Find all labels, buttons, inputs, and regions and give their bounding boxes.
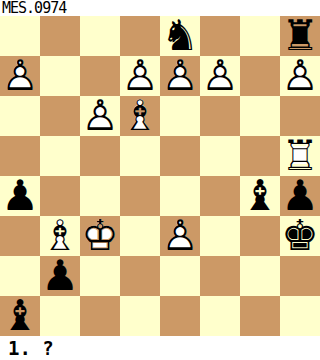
square-b8[interactable] xyxy=(40,16,80,56)
black-king-fill-glyph: ♚ xyxy=(280,216,320,256)
white-pawn-outline-glyph: ♙ xyxy=(280,56,320,96)
piece-white-bishop[interactable]: ♝♗ xyxy=(40,216,80,256)
square-f5[interactable] xyxy=(200,136,240,176)
square-a1[interactable]: ♝ xyxy=(0,296,40,336)
black-bishop-fill-glyph: ♝ xyxy=(0,296,40,336)
white-king-outline-glyph: ♔ xyxy=(80,216,120,256)
square-d4[interactable] xyxy=(120,176,160,216)
white-rook-outline-glyph: ♖ xyxy=(280,136,320,176)
square-a2[interactable] xyxy=(0,256,40,296)
square-d8[interactable] xyxy=(120,16,160,56)
square-g2[interactable] xyxy=(240,256,280,296)
square-b1[interactable] xyxy=(40,296,80,336)
black-pawn-fill-glyph: ♟ xyxy=(280,176,320,216)
square-g1[interactable] xyxy=(240,296,280,336)
move-prompt: 1. ? xyxy=(0,336,320,360)
piece-white-pawn[interactable]: ♟♙ xyxy=(120,56,160,96)
square-c6[interactable]: ♟♙ xyxy=(80,96,120,136)
black-knight-fill-glyph: ♞ xyxy=(160,16,200,56)
square-h3[interactable]: ♚ xyxy=(280,216,320,256)
black-bishop-fill-glyph: ♝ xyxy=(240,176,280,216)
square-d7[interactable]: ♟♙ xyxy=(120,56,160,96)
square-b5[interactable] xyxy=(40,136,80,176)
square-h2[interactable] xyxy=(280,256,320,296)
square-d5[interactable] xyxy=(120,136,160,176)
square-b3[interactable]: ♝♗ xyxy=(40,216,80,256)
square-d2[interactable] xyxy=(120,256,160,296)
piece-black-bishop[interactable]: ♝ xyxy=(240,176,280,216)
square-h5[interactable]: ♜♖ xyxy=(280,136,320,176)
piece-black-bishop[interactable]: ♝ xyxy=(0,296,40,336)
white-pawn-outline-glyph: ♙ xyxy=(120,56,160,96)
white-pawn-outline-glyph: ♙ xyxy=(160,216,200,256)
white-pawn-outline-glyph: ♙ xyxy=(0,56,40,96)
piece-black-rook[interactable]: ♜ xyxy=(280,16,320,56)
square-h7[interactable]: ♟♙ xyxy=(280,56,320,96)
square-e4[interactable] xyxy=(160,176,200,216)
white-pawn-outline-glyph: ♙ xyxy=(80,96,120,136)
square-h8[interactable]: ♜ xyxy=(280,16,320,56)
square-g8[interactable] xyxy=(240,16,280,56)
square-d3[interactable] xyxy=(120,216,160,256)
square-c2[interactable] xyxy=(80,256,120,296)
square-g5[interactable] xyxy=(240,136,280,176)
piece-black-pawn[interactable]: ♟ xyxy=(280,176,320,216)
square-c1[interactable] xyxy=(80,296,120,336)
square-g4[interactable]: ♝ xyxy=(240,176,280,216)
piece-white-pawn[interactable]: ♟♙ xyxy=(160,56,200,96)
square-c4[interactable] xyxy=(80,176,120,216)
black-rook-fill-glyph: ♜ xyxy=(280,16,320,56)
square-e1[interactable] xyxy=(160,296,200,336)
square-f1[interactable] xyxy=(200,296,240,336)
piece-white-pawn[interactable]: ♟♙ xyxy=(0,56,40,96)
chess-board: ♞♜♟♙♟♙♟♙♟♙♟♙♟♙♝♗♜♖♟♝♟♝♗♚♔♟♙♚♟♝ xyxy=(0,16,320,336)
square-c3[interactable]: ♚♔ xyxy=(80,216,120,256)
white-bishop-outline-glyph: ♗ xyxy=(40,216,80,256)
square-e3[interactable]: ♟♙ xyxy=(160,216,200,256)
piece-white-pawn[interactable]: ♟♙ xyxy=(160,216,200,256)
square-e7[interactable]: ♟♙ xyxy=(160,56,200,96)
square-b6[interactable] xyxy=(40,96,80,136)
square-h1[interactable] xyxy=(280,296,320,336)
square-f6[interactable] xyxy=(200,96,240,136)
chess-diagram-page: MES.0974 ♞♜♟♙♟♙♟♙♟♙♟♙♟♙♝♗♜♖♟♝♟♝♗♚♔♟♙♚♟♝ … xyxy=(0,0,320,360)
square-a8[interactable] xyxy=(0,16,40,56)
white-pawn-outline-glyph: ♙ xyxy=(160,56,200,96)
piece-white-pawn[interactable]: ♟♙ xyxy=(80,96,120,136)
square-a6[interactable] xyxy=(0,96,40,136)
piece-white-king[interactable]: ♚♔ xyxy=(80,216,120,256)
piece-black-knight[interactable]: ♞ xyxy=(160,16,200,56)
black-pawn-fill-glyph: ♟ xyxy=(0,176,40,216)
piece-white-rook[interactable]: ♜♖ xyxy=(280,136,320,176)
square-h6[interactable] xyxy=(280,96,320,136)
square-f3[interactable] xyxy=(200,216,240,256)
square-e5[interactable] xyxy=(160,136,200,176)
square-g3[interactable] xyxy=(240,216,280,256)
square-c8[interactable] xyxy=(80,16,120,56)
square-a3[interactable] xyxy=(0,216,40,256)
square-c7[interactable] xyxy=(80,56,120,96)
square-d1[interactable] xyxy=(120,296,160,336)
piece-white-bishop[interactable]: ♝♗ xyxy=(120,96,160,136)
piece-white-pawn[interactable]: ♟♙ xyxy=(280,56,320,96)
square-a4[interactable]: ♟ xyxy=(0,176,40,216)
square-e8[interactable]: ♞ xyxy=(160,16,200,56)
square-e6[interactable] xyxy=(160,96,200,136)
square-b2[interactable]: ♟ xyxy=(40,256,80,296)
piece-black-pawn[interactable]: ♟ xyxy=(0,176,40,216)
square-f8[interactable] xyxy=(200,16,240,56)
square-c5[interactable] xyxy=(80,136,120,176)
square-b7[interactable] xyxy=(40,56,80,96)
diagram-title: MES.0974 xyxy=(0,0,320,16)
square-h4[interactable]: ♟ xyxy=(280,176,320,216)
piece-black-king[interactable]: ♚ xyxy=(280,216,320,256)
square-e2[interactable] xyxy=(160,256,200,296)
white-pawn-outline-glyph: ♙ xyxy=(200,56,240,96)
square-d6[interactable]: ♝♗ xyxy=(120,96,160,136)
white-bishop-outline-glyph: ♗ xyxy=(120,96,160,136)
square-f2[interactable] xyxy=(200,256,240,296)
square-b4[interactable] xyxy=(40,176,80,216)
square-f7[interactable]: ♟♙ xyxy=(200,56,240,96)
square-g6[interactable] xyxy=(240,96,280,136)
square-g7[interactable] xyxy=(240,56,280,96)
piece-white-pawn[interactable]: ♟♙ xyxy=(200,56,240,96)
square-f4[interactable] xyxy=(200,176,240,216)
piece-black-pawn[interactable]: ♟ xyxy=(40,256,80,296)
square-a7[interactable]: ♟♙ xyxy=(0,56,40,96)
black-pawn-fill-glyph: ♟ xyxy=(40,256,80,296)
square-a5[interactable] xyxy=(0,136,40,176)
